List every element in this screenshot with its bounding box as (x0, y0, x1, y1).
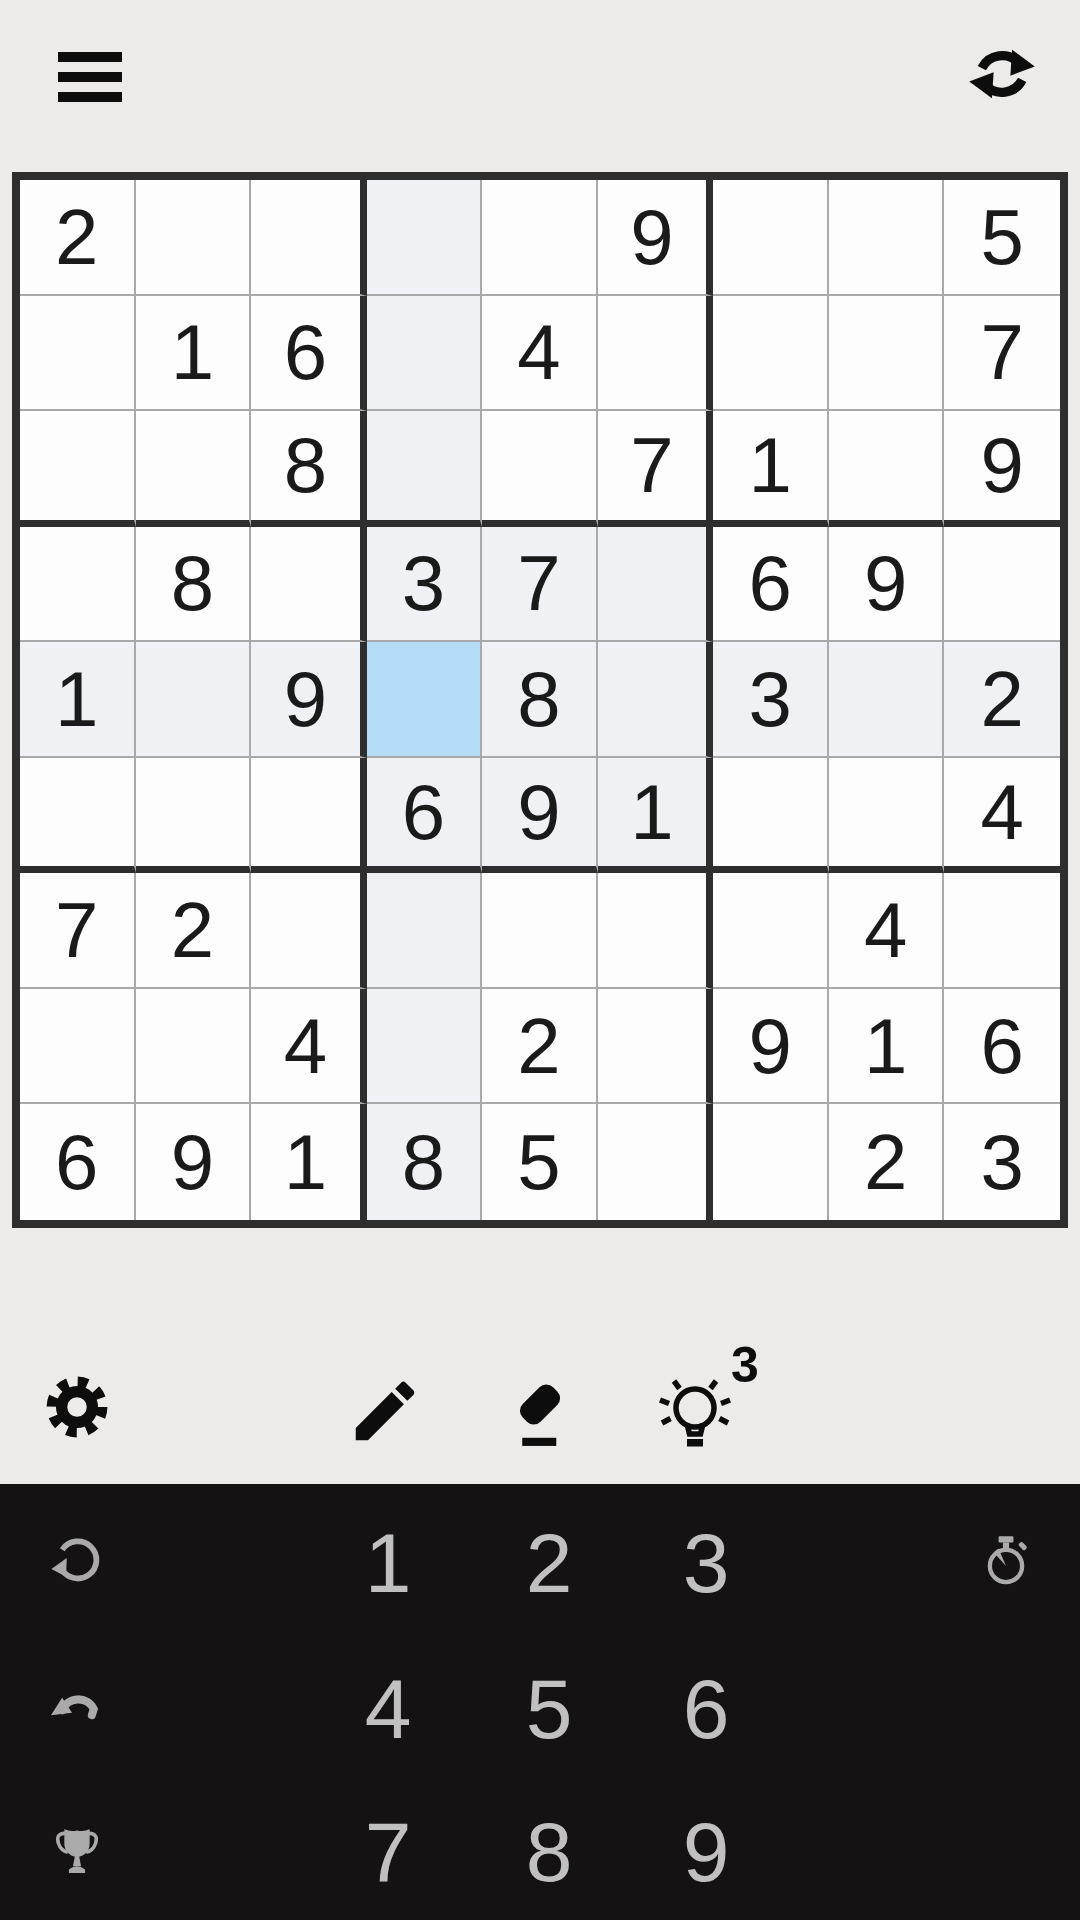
cell-r2c4[interactable] (367, 296, 483, 412)
cell-r3c7[interactable]: 1 (713, 411, 829, 527)
cell-r5c5[interactable]: 8 (482, 642, 598, 758)
cell-r2c9[interactable]: 7 (944, 296, 1060, 412)
new-game-button[interactable] (960, 32, 1044, 116)
restart-icon (45, 1528, 109, 1592)
numpad-digit-6[interactable]: 6 (683, 1667, 730, 1751)
cell-r9c1[interactable]: 6 (20, 1104, 136, 1220)
erase-button[interactable] (503, 1374, 577, 1456)
cell-r3c3[interactable]: 8 (251, 411, 367, 527)
cell-r2c2[interactable]: 1 (136, 296, 252, 412)
cell-r7c3[interactable] (251, 873, 367, 989)
cell-r8c7[interactable]: 9 (713, 989, 829, 1105)
pencil-icon (346, 1372, 424, 1450)
numpad-digit-4[interactable]: 4 (365, 1667, 412, 1751)
numpad-digit-9[interactable]: 9 (683, 1810, 730, 1894)
undo-icon (46, 1678, 108, 1740)
cell-r4c7[interactable]: 6 (713, 527, 829, 643)
cell-r2c6[interactable] (598, 296, 714, 412)
cell-r1c2[interactable] (136, 180, 252, 296)
eraser-icon (503, 1374, 577, 1452)
cell-r3c6[interactable]: 7 (598, 411, 714, 527)
cell-r6c1[interactable] (20, 758, 136, 874)
refresh-icon (960, 32, 1044, 116)
number-pad-panel: 123456789 (0, 1484, 1080, 1920)
timer-button[interactable] (975, 1530, 1037, 1596)
cell-r1c3[interactable] (251, 180, 367, 296)
cell-r4c1[interactable] (20, 527, 136, 643)
cell-r1c1[interactable]: 2 (20, 180, 136, 296)
numpad-digit-2[interactable]: 2 (526, 1521, 573, 1605)
cell-r7c1[interactable]: 7 (20, 873, 136, 989)
cell-r6c6[interactable]: 1 (598, 758, 714, 874)
cell-r2c1[interactable] (20, 296, 136, 412)
cell-r8c3[interactable]: 4 (251, 989, 367, 1105)
cell-r1c8[interactable] (829, 180, 945, 296)
cell-r8c6[interactable] (598, 989, 714, 1105)
cell-r3c5[interactable] (482, 411, 598, 527)
numpad-digit-8[interactable]: 8 (526, 1810, 573, 1894)
stopwatch-icon (975, 1530, 1037, 1592)
hamburger-icon (58, 52, 122, 102)
cell-r5c9[interactable]: 2 (944, 642, 1060, 758)
cell-r9c6[interactable] (598, 1104, 714, 1220)
cell-r9c7[interactable] (713, 1104, 829, 1220)
cell-r4c3[interactable] (251, 527, 367, 643)
cell-r6c5[interactable]: 9 (482, 758, 598, 874)
cell-r1c9[interactable]: 5 (944, 180, 1060, 296)
cell-r6c9[interactable]: 4 (944, 758, 1060, 874)
cell-r9c4[interactable]: 8 (367, 1104, 483, 1220)
cell-r4c8[interactable]: 9 (829, 527, 945, 643)
cell-r1c7[interactable] (713, 180, 829, 296)
cell-r8c8[interactable]: 1 (829, 989, 945, 1105)
cell-r9c5[interactable]: 5 (482, 1104, 598, 1220)
sudoku-app-screen: 2951647871983769198326914724429166918523 (0, 0, 1080, 1920)
cell-r2c8[interactable] (829, 296, 945, 412)
cell-r1c6[interactable]: 9 (598, 180, 714, 296)
cell-r8c2[interactable] (136, 989, 252, 1105)
cell-r3c1[interactable] (20, 411, 136, 527)
hints-count-badge: 3 (731, 1340, 759, 1390)
cell-r7c4[interactable] (367, 873, 483, 989)
trophy-icon (48, 1820, 106, 1880)
numpad-digit-5[interactable]: 5 (526, 1667, 573, 1751)
cell-r2c3[interactable]: 6 (251, 296, 367, 412)
cell-r7c7[interactable] (713, 873, 829, 989)
cell-r4c5[interactable]: 7 (482, 527, 598, 643)
cell-r4c2[interactable]: 8 (136, 527, 252, 643)
lightbulb-icon (645, 1364, 745, 1464)
numpad-digit-3[interactable]: 3 (683, 1521, 730, 1605)
cell-r5c1[interactable]: 1 (20, 642, 136, 758)
cell-r7c5[interactable] (482, 873, 598, 989)
numpad-digit-7[interactable]: 7 (365, 1810, 412, 1894)
menu-button[interactable] (58, 52, 122, 102)
cell-r5c2[interactable] (136, 642, 252, 758)
cell-r8c4[interactable] (367, 989, 483, 1105)
cell-r6c2[interactable] (136, 758, 252, 874)
cell-r9c9[interactable]: 3 (944, 1104, 1060, 1220)
cell-r9c8[interactable]: 2 (829, 1104, 945, 1220)
cell-r5c8[interactable] (829, 642, 945, 758)
cell-r7c6[interactable] (598, 873, 714, 989)
cell-r5c7[interactable]: 3 (713, 642, 829, 758)
cell-r7c9[interactable] (944, 873, 1060, 989)
cell-r3c4[interactable] (367, 411, 483, 527)
cell-r1c4[interactable] (367, 180, 483, 296)
cell-r4c6[interactable] (598, 527, 714, 643)
cell-r6c3[interactable] (251, 758, 367, 874)
cell-r4c4[interactable]: 3 (367, 527, 483, 643)
hint-button[interactable] (645, 1364, 745, 1468)
cell-r6c8[interactable] (829, 758, 945, 874)
cell-r9c2[interactable]: 9 (136, 1104, 252, 1220)
undo-button[interactable] (46, 1678, 108, 1744)
cell-r2c7[interactable] (713, 296, 829, 412)
cell-r4c9[interactable] (944, 527, 1060, 643)
gear-icon (38, 1368, 116, 1446)
cell-r5c6[interactable] (598, 642, 714, 758)
cell-r6c4[interactable]: 6 (367, 758, 483, 874)
settings-button[interactable] (38, 1368, 116, 1450)
achievements-button[interactable] (48, 1820, 106, 1884)
cell-r5c4[interactable] (367, 642, 483, 758)
cell-r2c5[interactable]: 4 (482, 296, 598, 412)
notes-button[interactable] (346, 1372, 424, 1454)
cell-r7c2[interactable]: 2 (136, 873, 252, 989)
cell-r5c3[interactable]: 9 (251, 642, 367, 758)
cell-r8c5[interactable]: 2 (482, 989, 598, 1105)
cell-r9c3[interactable]: 1 (251, 1104, 367, 1220)
restart-button[interactable] (45, 1528, 109, 1596)
sudoku-board: 2951647871983769198326914724429166918523 (12, 172, 1068, 1228)
cell-r3c8[interactable] (829, 411, 945, 527)
cell-r3c2[interactable] (136, 411, 252, 527)
cell-r8c1[interactable] (20, 989, 136, 1105)
cell-r8c9[interactable]: 6 (944, 989, 1060, 1105)
cell-r1c5[interactable] (482, 180, 598, 296)
cell-r3c9[interactable]: 9 (944, 411, 1060, 527)
cell-r7c8[interactable]: 4 (829, 873, 945, 989)
cell-r6c7[interactable] (713, 758, 829, 874)
numpad-digit-1[interactable]: 1 (365, 1521, 412, 1605)
